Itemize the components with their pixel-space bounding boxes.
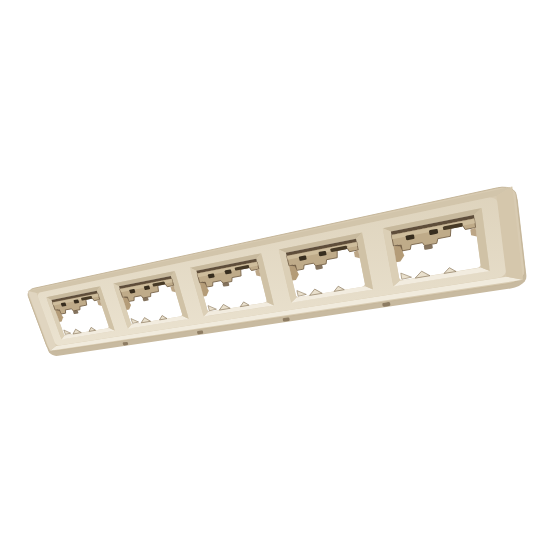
five-gang-frame-image — [0, 0, 550, 550]
latch-hole-center — [144, 286, 150, 290]
clip-notch-1 — [123, 342, 129, 346]
clip-notch-3 — [283, 317, 290, 321]
latch-hole-left — [61, 303, 66, 307]
shadow-patch-center — [73, 310, 78, 314]
clip-notch-2 — [197, 331, 203, 335]
product-photo — [0, 0, 550, 550]
